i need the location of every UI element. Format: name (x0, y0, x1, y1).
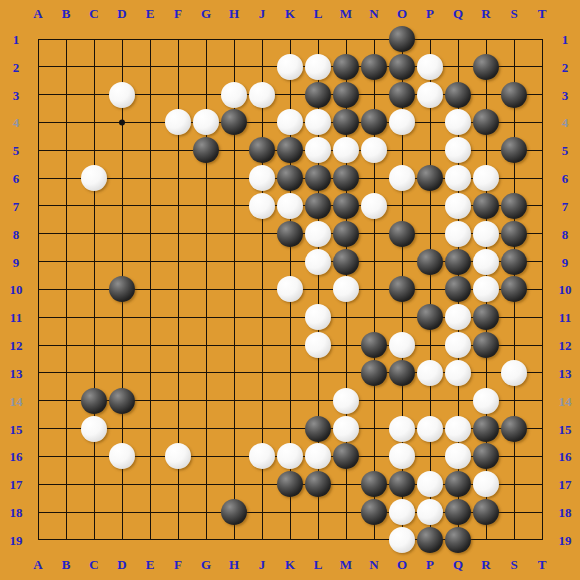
column-label: N (369, 558, 378, 571)
white-stone-Q8[interactable] (445, 221, 471, 247)
row-label: 15 (559, 422, 572, 435)
white-stone-J7[interactable] (249, 193, 275, 219)
row-label: 2 (562, 60, 569, 73)
row-label: 8 (13, 227, 20, 240)
column-label: E (146, 7, 155, 20)
column-label: L (314, 558, 323, 571)
row-label: 14 (10, 394, 23, 407)
white-stone-J3[interactable] (249, 82, 275, 108)
white-stone-C6[interactable] (81, 165, 107, 191)
black-stone-C14[interactable] (81, 388, 107, 414)
white-stone-Q15[interactable] (445, 416, 471, 442)
column-label: C (89, 558, 98, 571)
column-label: K (285, 558, 295, 571)
black-stone-Q9[interactable] (445, 249, 471, 275)
row-label: 19 (559, 533, 572, 546)
row-label: 19 (10, 533, 23, 546)
column-label: Q (453, 558, 463, 571)
white-stone-Q7[interactable] (445, 193, 471, 219)
row-label: 5 (562, 144, 569, 157)
column-label: S (510, 7, 517, 20)
white-stone-H3[interactable] (221, 82, 247, 108)
white-stone-P18[interactable] (417, 499, 443, 525)
row-label: 17 (559, 478, 572, 491)
column-label: T (538, 558, 547, 571)
black-stone-L15[interactable] (305, 416, 331, 442)
black-stone-L6[interactable] (305, 165, 331, 191)
black-stone-S9[interactable] (501, 249, 527, 275)
white-stone-L12[interactable] (305, 332, 331, 358)
white-stone-N7[interactable] (361, 193, 387, 219)
column-label: F (174, 7, 182, 20)
black-stone-P19[interactable] (417, 527, 443, 553)
white-stone-Q13[interactable] (445, 360, 471, 386)
column-label: Q (453, 7, 463, 20)
black-stone-Q3[interactable] (445, 82, 471, 108)
white-stone-D3[interactable] (109, 82, 135, 108)
column-label: N (369, 7, 378, 20)
white-stone-P2[interactable] (417, 54, 443, 80)
white-stone-O19[interactable] (389, 527, 415, 553)
black-stone-M7[interactable] (333, 193, 359, 219)
white-stone-R8[interactable] (473, 221, 499, 247)
column-label: R (481, 558, 490, 571)
row-label: 11 (10, 311, 22, 324)
white-stone-R6[interactable] (473, 165, 499, 191)
black-stone-R12[interactable] (473, 332, 499, 358)
column-label: R (481, 7, 490, 20)
column-label: J (259, 7, 266, 20)
black-stone-N12[interactable] (361, 332, 387, 358)
black-stone-R7[interactable] (473, 193, 499, 219)
white-stone-O18[interactable] (389, 499, 415, 525)
black-stone-O8[interactable] (389, 221, 415, 247)
black-stone-O2[interactable] (389, 54, 415, 80)
row-label: 13 (559, 366, 572, 379)
row-label: 6 (562, 172, 569, 185)
column-label: C (89, 7, 98, 20)
row-label: 12 (10, 339, 23, 352)
column-label: J (259, 558, 266, 571)
black-stone-L3[interactable] (305, 82, 331, 108)
black-stone-Q18[interactable] (445, 499, 471, 525)
row-label: 4 (13, 116, 20, 129)
black-stone-Q19[interactable] (445, 527, 471, 553)
row-label: 6 (13, 172, 20, 185)
row-label: 7 (562, 199, 569, 212)
black-stone-R15[interactable] (473, 416, 499, 442)
row-label: 8 (562, 227, 569, 240)
column-label: B (62, 7, 71, 20)
column-label: P (426, 7, 434, 20)
column-label: P (426, 558, 434, 571)
black-stone-N18[interactable] (361, 499, 387, 525)
black-stone-S8[interactable] (501, 221, 527, 247)
white-stone-M14[interactable] (333, 388, 359, 414)
column-label: D (117, 7, 126, 20)
white-stone-R14[interactable] (473, 388, 499, 414)
row-label: 14 (559, 394, 572, 407)
row-label: 1 (562, 33, 569, 46)
column-label: S (510, 558, 517, 571)
row-label: 12 (559, 339, 572, 352)
column-label: F (174, 558, 182, 571)
black-stone-O1[interactable] (389, 26, 415, 52)
black-stone-M2[interactable] (333, 54, 359, 80)
row-label: 18 (10, 506, 23, 519)
column-label: G (201, 558, 211, 571)
white-stone-C15[interactable] (81, 416, 107, 442)
column-label: M (340, 558, 352, 571)
black-stone-S3[interactable] (501, 82, 527, 108)
white-stone-J6[interactable] (249, 165, 275, 191)
row-label: 5 (13, 144, 20, 157)
row-label: 4 (562, 116, 569, 129)
white-stone-R9[interactable] (473, 249, 499, 275)
black-stone-S7[interactable] (501, 193, 527, 219)
row-label: 9 (13, 255, 20, 268)
column-label: L (314, 7, 323, 20)
row-label: 13 (10, 366, 23, 379)
go-board-screenshot: ABCDEFGHJKLMNOPQRST ABCDEFGHJKLMNOPQRST … (0, 0, 580, 580)
white-stone-L8[interactable] (305, 221, 331, 247)
black-stone-O3[interactable] (389, 82, 415, 108)
white-stone-M15[interactable] (333, 416, 359, 442)
column-label: E (146, 558, 155, 571)
white-stone-P15[interactable] (417, 416, 443, 442)
column-label: H (229, 7, 239, 20)
black-stone-D14[interactable] (109, 388, 135, 414)
row-label: 1 (13, 33, 20, 46)
black-stone-O13[interactable] (389, 360, 415, 386)
black-stone-N13[interactable] (361, 360, 387, 386)
column-label: T (538, 7, 547, 20)
black-stone-K6[interactable] (277, 165, 303, 191)
row-label: 16 (10, 450, 23, 463)
row-label: 11 (559, 311, 571, 324)
row-label: 3 (562, 88, 569, 101)
white-stone-P13[interactable] (417, 360, 443, 386)
white-stone-Q12[interactable] (445, 332, 471, 358)
black-stone-M6[interactable] (333, 165, 359, 191)
black-stone-L7[interactable] (305, 193, 331, 219)
black-stone-M9[interactable] (333, 249, 359, 275)
row-label: 3 (13, 88, 20, 101)
black-stone-N2[interactable] (361, 54, 387, 80)
column-label: K (285, 7, 295, 20)
row-label: 7 (13, 199, 20, 212)
black-stone-R2[interactable] (473, 54, 499, 80)
black-stone-P6[interactable] (417, 165, 443, 191)
white-stone-S13[interactable] (501, 360, 527, 386)
black-stone-M8[interactable] (333, 221, 359, 247)
row-label: 9 (562, 255, 569, 268)
column-label: M (340, 7, 352, 20)
white-stone-L9[interactable] (305, 249, 331, 275)
black-stone-K8[interactable] (277, 221, 303, 247)
row-label: 16 (559, 450, 572, 463)
column-label: D (117, 558, 126, 571)
black-stone-R18[interactable] (473, 499, 499, 525)
white-stone-Q6[interactable] (445, 165, 471, 191)
row-label: 15 (10, 422, 23, 435)
column-label: A (33, 558, 42, 571)
row-label: 10 (559, 283, 572, 296)
column-label: G (201, 7, 211, 20)
white-stone-O6[interactable] (389, 165, 415, 191)
row-label: 10 (10, 283, 23, 296)
black-stone-S15[interactable] (501, 416, 527, 442)
white-stone-P3[interactable] (417, 82, 443, 108)
black-stone-M3[interactable] (333, 82, 359, 108)
white-stone-L2[interactable] (305, 54, 331, 80)
column-label: B (62, 558, 71, 571)
white-stone-O12[interactable] (389, 332, 415, 358)
black-stone-P9[interactable] (417, 249, 443, 275)
row-label: 17 (10, 478, 23, 491)
white-stone-K7[interactable] (277, 193, 303, 219)
white-stone-O15[interactable] (389, 416, 415, 442)
black-stone-H18[interactable] (221, 499, 247, 525)
column-label: O (397, 7, 407, 20)
row-label: 2 (13, 60, 20, 73)
row-label: 18 (559, 506, 572, 519)
column-label: H (229, 558, 239, 571)
column-label: A (33, 7, 42, 20)
column-label: O (397, 558, 407, 571)
white-stone-K2[interactable] (277, 54, 303, 80)
